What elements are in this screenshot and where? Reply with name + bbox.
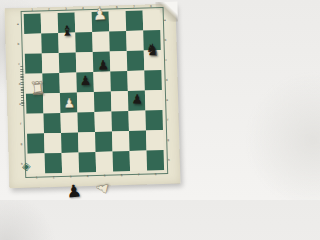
offboard-white-pawn: ♟ <box>93 176 111 200</box>
coord-label-a: a <box>163 10 168 30</box>
black-pawn-c5: ♟ <box>92 58 114 72</box>
coord-label-7: 7 <box>125 5 142 9</box>
coord-label-8: 8 <box>142 4 159 8</box>
black-pawn-e7: ♟ <box>126 92 148 106</box>
pieces-layer: ♟♝♞♟♟♜♟♟ <box>24 10 164 174</box>
coord-label-6: 6 <box>108 5 125 9</box>
coord-label-c: c <box>164 50 169 70</box>
coord-label-2: 2 <box>41 7 58 11</box>
coord-label-3: 3 <box>57 6 74 10</box>
offboard-black-pawn: ♟ <box>62 182 86 200</box>
coord-label-6: 6 <box>113 172 130 176</box>
white-pawn-a5: ♟ <box>88 6 111 24</box>
black-pawn-d4: ♟ <box>74 74 96 88</box>
coord-label-a: a <box>16 14 21 34</box>
black-bishop-a3: ♝ <box>56 23 79 38</box>
white-rook-d1: ♜ <box>26 78 50 98</box>
white-pawn-e3: ♟ <box>58 96 80 110</box>
coord-label-4: 4 <box>79 173 96 177</box>
coord-label-d: d <box>164 70 169 90</box>
coord-label-2: 2 <box>45 174 62 178</box>
coord-label-f: f <box>18 114 23 134</box>
coord-label-7: 7 <box>130 172 147 176</box>
coord-label-1: 1 <box>24 7 41 11</box>
coord-label-g: g <box>19 134 24 154</box>
coord-label-3: 3 <box>62 174 79 178</box>
coord-label-b: b <box>16 34 21 54</box>
chess-mat: 1122334455667788aabbccddeeffgghh ◈ ♟♝♞♟♟… <box>5 4 181 189</box>
coord-label-g: g <box>166 130 171 150</box>
coord-label-f: f <box>165 110 170 130</box>
photo-scene: 1122334455667788aabbccddeeffgghh ◈ ♟♝♞♟♟… <box>0 0 200 200</box>
coord-label-h: h <box>167 150 172 170</box>
black-knight-c8: ♞ <box>141 42 164 59</box>
coord-label-e: e <box>165 90 170 110</box>
coord-label-8: 8 <box>147 172 164 176</box>
